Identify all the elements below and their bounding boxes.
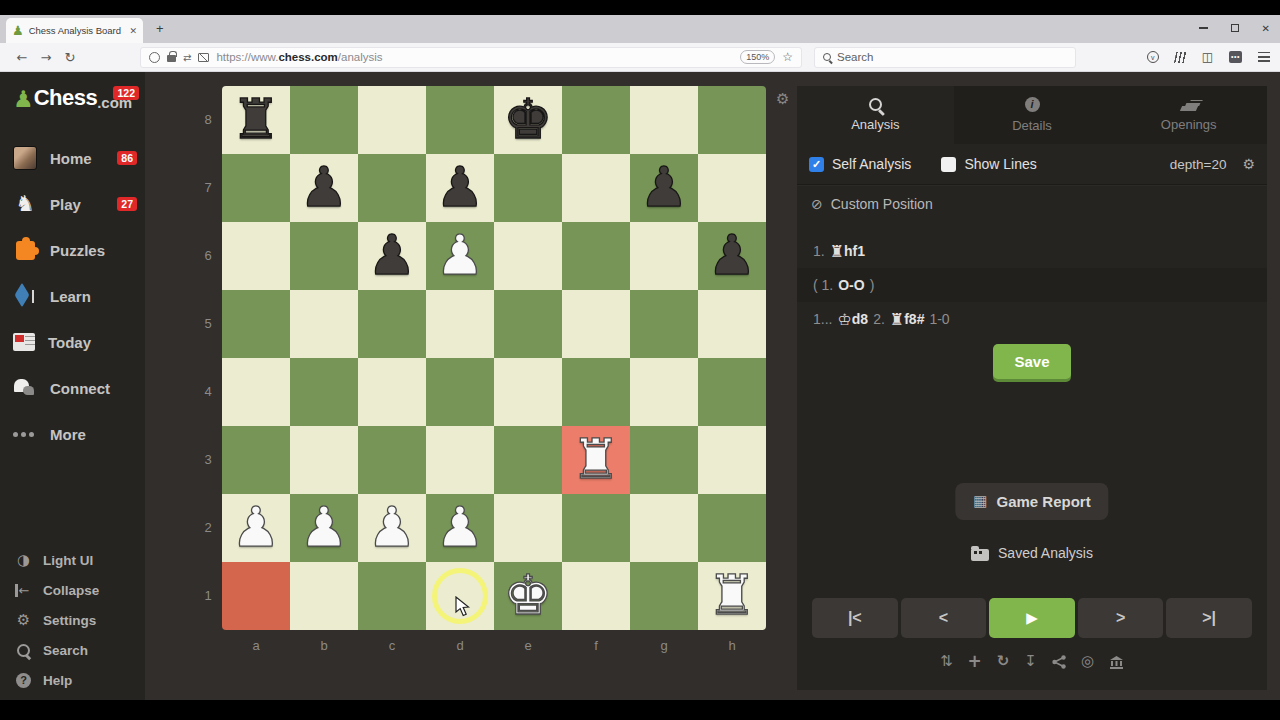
square-h4[interactable] [698, 358, 766, 426]
browser-toolbar: ← → ↻ ⇄ https://www.chess.com/analysis 1… [0, 43, 1280, 72]
black-pawn[interactable]: ♟ [426, 154, 494, 220]
green-pawn-icon: ♟ [12, 24, 24, 37]
tab-details[interactable]: iDetails [954, 86, 1111, 144]
go-start-button[interactable]: |< [812, 598, 898, 638]
analysis-magnifier-icon [869, 98, 882, 111]
chesscom-logo[interactable]: ♟ Chess .com 122 [0, 72, 145, 111]
page-info-icon[interactable] [149, 52, 160, 63]
self-analysis-label: Self Analysis [832, 156, 911, 172]
go-end-button[interactable]: >| [1166, 598, 1252, 638]
play-knight-icon: ♞ [13, 193, 37, 215]
move-san: d8 [852, 311, 868, 327]
menu-icon[interactable] [1258, 52, 1270, 62]
extension-icon[interactable]: ••• [1229, 51, 1242, 63]
square-d6[interactable]: ♟ [426, 222, 494, 290]
move-row[interactable]: 1...♔d82.♜f8#1-0 [797, 302, 1267, 336]
tab-close-icon[interactable]: ✕ [129, 26, 137, 36]
square-c7[interactable] [358, 154, 426, 222]
analysis-panel: AnalysisiDetailsOpenings ✓ Self Analysis… [797, 86, 1267, 690]
square-e7[interactable] [494, 154, 562, 222]
white-pawn[interactable]: ♟ [426, 494, 494, 560]
depth-label: depth=20 [1170, 157, 1227, 172]
board-area: 87654321 ♜♚♟♟♟♟♟♟♜♟♟♟♟♚♜ abcdefgh ⚙ [145, 72, 797, 700]
sidebar-item-puzzles[interactable]: Puzzles [0, 227, 145, 273]
explorer-icon[interactable] [1109, 655, 1124, 669]
square-a5[interactable] [222, 290, 290, 358]
badge: 27 [117, 197, 137, 211]
black-pawn[interactable]: ♟ [698, 222, 766, 288]
saved-analysis-button[interactable]: Saved Analysis [797, 545, 1267, 561]
tab-openings[interactable]: Openings [1110, 86, 1267, 144]
openings-stack-icon [1180, 106, 1198, 111]
new-tab-button[interactable]: + [156, 21, 164, 36]
settings-gear-icon: ⚙ [15, 613, 32, 628]
sidebar-item-home[interactable]: Home86 [0, 135, 145, 181]
tab-title: Chess Analysis Board and PGN [29, 25, 125, 36]
black-pawn[interactable]: ♟ [630, 154, 698, 220]
square-h2[interactable] [698, 494, 766, 562]
square-e2[interactable] [494, 494, 562, 562]
go-end-icon: >| [1202, 609, 1216, 627]
square-h6[interactable]: ♟ [698, 222, 766, 290]
square-g6[interactable] [630, 222, 698, 290]
search-placeholder: Search [837, 51, 873, 63]
help-circle-icon: ? [16, 673, 31, 688]
square-a2[interactable]: ♟ [222, 494, 290, 562]
square-f3[interactable]: ♜ [562, 426, 630, 494]
file-labels: abcdefgh [222, 638, 766, 653]
square-f1[interactable] [562, 562, 630, 630]
square-a7[interactable] [222, 154, 290, 222]
engine-settings-gear-icon[interactable]: ⚙ [1242, 156, 1255, 172]
square-e5[interactable] [494, 290, 562, 358]
custom-position-row[interactable]: ⊘ Custom Position [797, 184, 1267, 222]
square-a1[interactable] [222, 562, 290, 630]
white-rook-figurine-icon: ♜ [830, 242, 844, 261]
show-lines-label: Show Lines [964, 156, 1036, 172]
avatar-icon [13, 146, 37, 170]
download-icon[interactable]: ↧ [1024, 654, 1037, 669]
reset-icon[interactable]: ↻ [997, 654, 1010, 669]
board-actions: ⇅+↻↧◎ [797, 653, 1267, 670]
square-g8[interactable] [630, 86, 698, 154]
more-dots-icon [13, 432, 37, 437]
sidebar-item-more[interactable]: More [0, 411, 145, 457]
white-king[interactable]: ♚ [494, 562, 562, 628]
self-analysis-checkbox[interactable]: ✓ [809, 157, 824, 172]
black-pawn[interactable]: ♟ [290, 154, 358, 220]
reload-icon[interactable]: ↻ [58, 50, 82, 65]
move-number: 1-0 [929, 311, 949, 327]
sidebar: ♟ Chess .com 122 Home86♞Play27PuzzlesLea… [0, 72, 145, 700]
square-g2[interactable] [630, 494, 698, 562]
square-h8[interactable] [698, 86, 766, 154]
self-play-icon[interactable]: ◎ [1081, 654, 1094, 669]
previous-button[interactable]: < [901, 598, 987, 638]
board-settings-gear-icon[interactable]: ⚙ [776, 90, 789, 108]
square-a6[interactable] [222, 222, 290, 290]
square-b7[interactable]: ♟ [290, 154, 358, 222]
square-c5[interactable] [358, 290, 426, 358]
square-f4[interactable] [562, 358, 630, 426]
newspaper-icon [13, 333, 35, 351]
sidebar-item-learn[interactable]: Learn [0, 273, 145, 319]
forward-icon[interactable]: → [34, 50, 58, 65]
saved-analysis-folder-icon [971, 549, 989, 561]
puzzle-icon [16, 241, 35, 260]
zoom-level-badge[interactable]: 150% [740, 50, 775, 64]
notification-badge: 122 [113, 86, 139, 100]
square-e3[interactable] [494, 426, 562, 494]
white-rook-figurine-icon: ♜ [890, 310, 904, 329]
play-icon: ▶ [1026, 609, 1038, 627]
close-button[interactable]: ✕ [1262, 23, 1270, 34]
square-c2[interactable]: ♟ [358, 494, 426, 562]
square-c1[interactable] [358, 562, 426, 630]
custom-position-label: Custom Position [831, 196, 933, 212]
library-icon[interactable] [1173, 52, 1186, 63]
square-e4[interactable] [494, 358, 562, 426]
pocket-icon[interactable]: v [1147, 51, 1159, 63]
go-start-icon: |< [848, 609, 862, 627]
search-icon [823, 53, 831, 61]
next-button[interactable]: > [1078, 598, 1164, 638]
square-h1[interactable]: ♜ [698, 562, 766, 630]
square-b3[interactable] [290, 426, 358, 494]
lock-icon [167, 55, 176, 62]
square-g7[interactable]: ♟ [630, 154, 698, 222]
badge: 86 [117, 151, 137, 165]
custom-position-icon: ⊘ [811, 196, 823, 212]
square-h7[interactable] [698, 154, 766, 222]
browser-window: ♟ Chess Analysis Board and PGN ✕ + ✕ ← →… [0, 15, 1280, 700]
minimize-button[interactable] [1199, 27, 1208, 29]
sidebar-item-connect[interactable]: Connect [0, 365, 145, 411]
square-g4[interactable] [630, 358, 698, 426]
square-f5[interactable] [562, 290, 630, 358]
logo-pawn-icon: ♟ [13, 88, 34, 111]
sidebar-toggle-icon[interactable]: ◫ [1202, 50, 1213, 64]
black-rook[interactable]: ♜ [222, 86, 290, 152]
square-a4[interactable] [222, 358, 290, 426]
square-a3[interactable] [222, 426, 290, 494]
browser-tab[interactable]: ♟ Chess Analysis Board and PGN ✕ [6, 18, 143, 43]
tab-strip: ♟ Chess Analysis Board and PGN ✕ + ✕ [0, 15, 1280, 43]
move-san: hf1 [844, 243, 865, 259]
square-h5[interactable] [698, 290, 766, 358]
square-f8[interactable] [562, 86, 630, 154]
square-d5[interactable] [426, 290, 494, 358]
previous-icon: < [939, 609, 948, 627]
bookmark-star-icon[interactable]: ☆ [782, 50, 793, 64]
permissions-icon[interactable]: ⇄ [183, 52, 191, 63]
learn-cap-icon [13, 286, 37, 306]
square-g3[interactable] [630, 426, 698, 494]
white-rook[interactable]: ♜ [562, 426, 630, 492]
square-c8[interactable] [358, 86, 426, 154]
square-f7[interactable] [562, 154, 630, 222]
maximize-button[interactable] [1231, 24, 1239, 32]
black-king-figurine-icon: ♔ [837, 310, 851, 329]
square-g5[interactable] [630, 290, 698, 358]
tab-analysis[interactable]: Analysis [797, 86, 954, 144]
square-b1[interactable] [290, 562, 358, 630]
variation-row[interactable]: ( 1.O-O) [797, 268, 1267, 302]
black-pawn[interactable]: ♟ [358, 222, 426, 288]
white-pawn[interactable]: ♟ [426, 222, 494, 288]
square-g1[interactable] [630, 562, 698, 630]
move-list: 1.♜hf1( 1.O-O)1...♔d82.♜f8#1-0 [797, 234, 1267, 336]
square-e6[interactable] [494, 222, 562, 290]
square-e1[interactable]: ♚ [494, 562, 562, 630]
play-button[interactable]: ▶ [989, 598, 1075, 638]
square-d4[interactable] [426, 358, 494, 426]
rank-labels: 87654321 [198, 86, 218, 630]
square-b8[interactable] [290, 86, 358, 154]
square-b2[interactable]: ♟ [290, 494, 358, 562]
square-f2[interactable] [562, 494, 630, 562]
search-magnifier-icon [17, 644, 30, 657]
square-b4[interactable] [290, 358, 358, 426]
show-lines-checkbox[interactable] [941, 157, 956, 172]
collapse-icon: ← [15, 583, 32, 598]
square-c4[interactable] [358, 358, 426, 426]
move-number: ) [870, 277, 875, 293]
square-b6[interactable] [290, 222, 358, 290]
light-ui-icon: ◑ [15, 553, 32, 568]
info-circle-icon: i [1025, 97, 1040, 112]
flip-board-icon[interactable]: ⇅ [940, 654, 953, 669]
move-number: ( 1. [813, 277, 833, 293]
chat-bubbles-icon [13, 378, 37, 398]
sidebar-item-today[interactable]: Today [0, 319, 145, 365]
back-icon[interactable]: ← [10, 50, 34, 65]
white-rook[interactable]: ♜ [698, 562, 766, 628]
move-san: O-O [838, 277, 864, 293]
chess-board[interactable]: ♜♚♟♟♟♟♟♟♜♟♟♟♟♚♜ [222, 86, 766, 630]
share-icon[interactable] [1052, 655, 1066, 669]
move-number: 2. [873, 311, 885, 327]
url-text: https://www.chess.com/analysis [216, 51, 382, 63]
url-bar[interactable]: ⇄ https://www.chess.com/analysis 150% ☆ [140, 47, 802, 68]
sidebar-item-play[interactable]: ♞Play27 [0, 181, 145, 227]
sidebar-item-collapse[interactable]: ←Collapse [0, 575, 145, 605]
mouse-cursor [455, 596, 472, 618]
sidebar-item-settings[interactable]: ⚙Settings [0, 605, 145, 635]
next-icon: > [1116, 609, 1125, 627]
move-number: 1... [813, 311, 832, 327]
square-d3[interactable] [426, 426, 494, 494]
square-b5[interactable] [290, 290, 358, 358]
sidebar-item-help[interactable]: ?Help [0, 665, 145, 695]
blocked-content-icon[interactable] [198, 53, 209, 62]
save-button[interactable]: Save [993, 344, 1070, 379]
square-e8[interactable]: ♚ [494, 86, 562, 154]
move-navigation: |<<▶>>| [812, 598, 1252, 638]
square-c3[interactable] [358, 426, 426, 494]
game-report-icon: ▦ [973, 494, 987, 509]
search-bar[interactable]: Search [814, 47, 1076, 68]
sidebar-item-search[interactable]: Search [0, 635, 145, 665]
move-row[interactable]: 1.♜hf1 [797, 234, 1267, 268]
square-c6[interactable]: ♟ [358, 222, 426, 290]
square-d7[interactable]: ♟ [426, 154, 494, 222]
move-number: 1. [813, 243, 825, 259]
square-d8[interactable] [426, 86, 494, 154]
add-move-icon[interactable]: + [968, 653, 982, 670]
analysis-options: ✓ Self Analysis Show Lines depth=20 ⚙ [797, 144, 1267, 184]
white-pawn[interactable]: ♟ [358, 494, 426, 560]
white-pawn[interactable]: ♟ [290, 494, 358, 560]
move-san: f8# [904, 311, 924, 327]
white-pawn[interactable]: ♟ [222, 494, 290, 560]
sidebar-item-light-ui[interactable]: ◑Light UI [0, 545, 145, 575]
square-d2[interactable]: ♟ [426, 494, 494, 562]
square-h3[interactable] [698, 426, 766, 494]
square-a8[interactable]: ♜ [222, 86, 290, 154]
square-f6[interactable] [562, 222, 630, 290]
black-king[interactable]: ♚ [494, 86, 562, 152]
game-report-button[interactable]: ▦ Game Report [955, 483, 1108, 520]
